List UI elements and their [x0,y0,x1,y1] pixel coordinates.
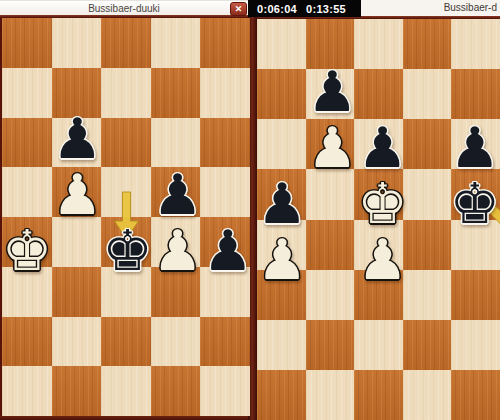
empty [153,64,203,110]
empty [102,166,152,222]
left-bottom-frame [0,416,248,420]
empty [450,287,500,331]
right-titlebar: 0:06:04 0:13:55 Bussibaer-d [257,0,500,16]
empty [257,19,307,63]
empty [2,370,52,416]
empty [52,64,102,110]
empty [203,166,250,222]
empty [408,287,450,331]
empty [408,119,450,175]
empty [102,110,152,166]
left-window-title: Bussibaer-duuki [88,3,160,14]
empty [408,231,450,287]
empty [357,376,407,420]
black-pawn[interactable]: ♟ [357,119,407,175]
empty [153,278,203,324]
white-pawn[interactable]: ♟ [52,166,102,222]
empty [2,18,52,64]
left-board: ♟♟♟♚♚♟♟ [0,18,250,416]
black-pawn[interactable]: ♟ [52,110,102,166]
white-king[interactable]: ♚ [357,175,407,231]
empty [450,376,500,420]
left-board-pieces: ♟♟♟♚♚♟♟ [2,18,250,416]
empty [52,18,102,64]
left-game-window: Bussibaer-duuki ✕ ♟♟♟♚♚♟♟ [0,0,248,420]
left-titlebar: Bussibaer-duuki ✕ [0,0,248,15]
empty [52,370,102,416]
empty [307,175,357,231]
right-window-title: Bussibaer-d [444,2,497,13]
empty [203,324,250,370]
empty [450,19,500,63]
empty [52,278,102,324]
empty [203,370,250,416]
empty [52,222,102,278]
empty [257,63,307,119]
empty [307,376,357,420]
empty [257,287,307,331]
empty [203,110,250,166]
empty [408,19,450,63]
right-board-pieces: ♟♟♟♟♟♚♚♟♟ [257,19,500,420]
clock-box: 0:06:04 0:13:55 [248,0,361,17]
empty [450,332,500,376]
empty [52,324,102,370]
empty [450,63,500,119]
white-clock: 0:06:04 [257,3,297,15]
black-clock: 0:13:55 [306,3,346,15]
empty [153,110,203,166]
empty [203,18,250,64]
black-pawn[interactable]: ♟ [257,175,307,231]
empty [153,18,203,64]
empty [102,64,152,110]
empty [408,376,450,420]
black-pawn[interactable]: ♟ [450,119,500,175]
empty [357,19,407,63]
empty [2,324,52,370]
empty [2,278,52,324]
black-pawn[interactable]: ♟ [203,222,250,278]
empty [257,332,307,376]
empty [307,19,357,63]
empty [2,110,52,166]
black-pawn[interactable]: ♟ [307,63,357,119]
empty [102,18,152,64]
white-pawn[interactable]: ♟ [307,119,357,175]
black-pawn[interactable]: ♟ [153,166,203,222]
white-pawn[interactable]: ♟ [357,231,407,287]
empty [257,376,307,420]
empty [153,324,203,370]
black-king[interactable]: ♚ [102,222,152,278]
empty [102,324,152,370]
empty [450,231,500,287]
empty [102,278,152,324]
white-pawn[interactable]: ♟ [257,231,307,287]
white-pawn[interactable]: ♟ [153,222,203,278]
empty [357,287,407,331]
empty [203,64,250,110]
empty [2,64,52,110]
empty [307,332,357,376]
right-board: ♟♟♟♟♟♚♚♟♟ [257,19,500,420]
empty [408,332,450,376]
black-king[interactable]: ♚ [450,175,500,231]
empty [153,370,203,416]
empty [357,332,407,376]
empty [307,287,357,331]
close-icon[interactable]: ✕ [230,2,247,16]
empty [408,175,450,231]
right-game-window: 0:06:04 0:13:55 Bussibaer-d ♟♟♟♟♟♚♚♟♟ [257,0,500,420]
white-king[interactable]: ♚ [2,222,52,278]
empty [307,231,357,287]
empty [408,63,450,119]
empty [102,370,152,416]
empty [2,166,52,222]
empty [357,63,407,119]
empty [203,278,250,324]
empty [257,119,307,175]
